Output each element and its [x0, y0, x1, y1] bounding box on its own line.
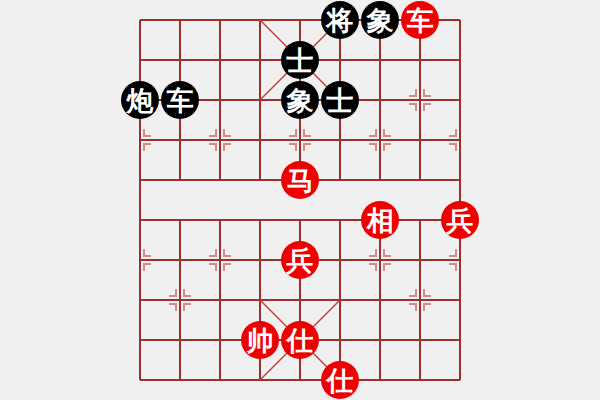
- red-soldier[interactable]: 兵: [281, 241, 319, 279]
- black-advisor[interactable]: 士: [281, 41, 319, 79]
- red-general[interactable]: 帅: [241, 321, 279, 359]
- black-general[interactable]: 将: [321, 1, 359, 39]
- black-cannon[interactable]: 炮: [121, 81, 159, 119]
- red-advisor[interactable]: 仕: [321, 361, 359, 399]
- board-grid[interactable]: 将象车士炮车象士马相兵兵帅仕仕: [120, 0, 480, 400]
- black-elephant[interactable]: 象: [361, 1, 399, 39]
- black-advisor[interactable]: 士: [321, 81, 359, 119]
- black-elephant[interactable]: 象: [281, 81, 319, 119]
- red-soldier[interactable]: 兵: [441, 201, 479, 239]
- black-chariot[interactable]: 车: [161, 81, 199, 119]
- red-advisor[interactable]: 仕: [281, 321, 319, 359]
- red-chariot[interactable]: 车: [401, 1, 439, 39]
- xiangqi-board-diagram: 将象车士炮车象士马相兵兵帅仕仕: [0, 0, 600, 400]
- red-elephant[interactable]: 相: [361, 201, 399, 239]
- red-horse[interactable]: 马: [281, 161, 319, 199]
